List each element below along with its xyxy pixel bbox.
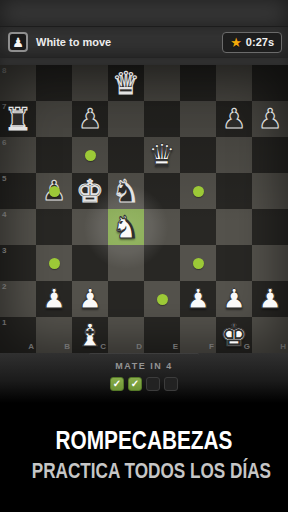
square-b7[interactable] [36,101,72,137]
piece-black-pawn-g7[interactable]: ♟ [216,101,252,137]
piece-white-pawn-h2[interactable]: ♟ [252,281,288,317]
promo-subtitle: PRACTICA TODOS LOS DÍAS [32,458,257,484]
chess-board: 87654321ABCDEFGH♛♜♟♟♟♛♟♚♞♞♟♟♟♟♟♝♚ [0,65,288,353]
rank-label-1: 1 [2,319,6,327]
turn-label: White to move [36,36,222,48]
star-icon: ★ [230,36,242,49]
square-a8[interactable]: 8 [0,65,36,101]
square-d1[interactable]: D [108,317,144,353]
board-mat-top [0,58,288,65]
move-hint-dot-c6[interactable] [85,150,96,161]
move-hint-dot-b5[interactable] [49,186,60,197]
square-h1[interactable]: H [252,317,288,353]
pawn-glyph: ♟ [12,36,24,49]
progress-empty-3 [146,377,160,391]
square-a1[interactable]: 1A [0,317,36,353]
progress-empty-4 [164,377,178,391]
file-label-h: H [280,343,286,351]
rank-label-2: 2 [2,283,6,291]
move-indicator-bar: ♟ White to move ★ 0:27s [0,27,288,58]
square-h8[interactable] [252,65,288,101]
square-a2[interactable]: 2 [0,281,36,317]
move-hint-dot-f3[interactable] [193,258,204,269]
square-f6[interactable] [180,137,216,173]
square-d3[interactable] [108,245,144,281]
piece-white-pawn-c2[interactable]: ♟ [72,281,108,317]
square-e1[interactable]: E [144,317,180,353]
square-f4[interactable] [180,209,216,245]
square-a4[interactable]: 4 [0,209,36,245]
file-label-b: B [64,343,70,351]
square-b6[interactable] [36,137,72,173]
rank-label-6: 6 [2,139,6,147]
square-e3[interactable] [144,245,180,281]
square-g4[interactable] [216,209,252,245]
square-b1[interactable]: B [36,317,72,353]
move-hint-dot-b3[interactable] [49,258,60,269]
file-label-a: A [28,343,34,351]
square-a6[interactable]: 6 [0,137,36,173]
square-b8[interactable] [36,65,72,101]
piece-black-knight-d5[interactable]: ♞ [108,173,144,209]
square-f8[interactable] [180,65,216,101]
piece-white-king-g1[interactable]: ♚ [216,317,252,353]
square-c3[interactable] [72,245,108,281]
rank-label-4: 4 [2,211,6,219]
square-f7[interactable] [180,101,216,137]
file-label-d: D [136,343,142,351]
piece-white-pawn-f2[interactable]: ♟ [180,281,216,317]
piece-white-bishop-c1[interactable]: ♝ [72,317,108,353]
timer-badge: ★ 0:27s [222,32,282,53]
piece-black-pawn-c7[interactable]: ♟ [72,101,108,137]
piece-white-pawn-g2[interactable]: ♟ [216,281,252,317]
square-e8[interactable] [144,65,180,101]
rank-label-8: 8 [2,67,6,75]
puzzle-goal-label: MATE IN 4 [0,355,288,371]
progress-check-1: ✓ [110,377,124,391]
piece-black-pawn-h7[interactable]: ♟ [252,101,288,137]
move-hint-dot-f5[interactable] [193,186,204,197]
piece-white-knight-d4[interactable]: ♞ [108,209,144,245]
check-icon: ✓ [113,379,121,389]
piece-black-rook-a7[interactable]: ♜ [0,101,36,137]
check-icon: ✓ [131,379,139,389]
white-pawn-icon: ♟ [8,32,28,52]
puzzle-status-panel: MATE IN 4 ✓✓ [0,353,288,403]
file-label-e: E [173,343,178,351]
square-g5[interactable] [216,173,252,209]
square-g8[interactable] [216,65,252,101]
square-a5[interactable]: 5 [0,173,36,209]
square-d7[interactable] [108,101,144,137]
piece-white-pawn-b2[interactable]: ♟ [36,281,72,317]
promo-title: ROMPECABEZAS [29,425,259,455]
square-e4[interactable] [144,209,180,245]
rank-label-5: 5 [2,175,6,183]
square-a3[interactable]: 3 [0,245,36,281]
timer-value: 0:27s [246,36,274,48]
square-c8[interactable] [72,65,108,101]
marketing-footer: ROMPECABEZAS PRACTICA TODOS LOS DÍAS [0,403,288,512]
square-e5[interactable] [144,173,180,209]
piece-black-king-c5[interactable]: ♚ [72,173,108,209]
piece-black-queen-d8[interactable]: ♛ [108,65,144,101]
piece-white-queen-e6[interactable]: ♛ [144,137,180,173]
puzzle-progress-row: ✓✓ [0,377,288,391]
square-c4[interactable] [72,209,108,245]
square-f1[interactable]: F [180,317,216,353]
square-d2[interactable] [108,281,144,317]
move-hint-dot-e2[interactable] [157,294,168,305]
square-g3[interactable] [216,245,252,281]
square-b4[interactable] [36,209,72,245]
file-label-f: F [209,343,214,351]
square-g6[interactable] [216,137,252,173]
square-h4[interactable] [252,209,288,245]
square-d6[interactable] [108,137,144,173]
square-h6[interactable] [252,137,288,173]
progress-check-2: ✓ [128,377,142,391]
status-bar-area [0,0,288,27]
rank-label-3: 3 [2,247,6,255]
square-h5[interactable] [252,173,288,209]
square-e7[interactable] [144,101,180,137]
square-h3[interactable] [252,245,288,281]
